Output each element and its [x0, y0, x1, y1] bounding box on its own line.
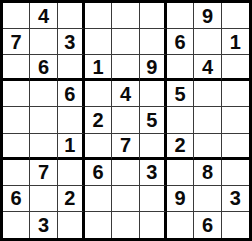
- cell-r5c5[interactable]: [112, 107, 139, 133]
- cell-r4c3[interactable]: 6: [58, 81, 85, 107]
- cell-r9c2[interactable]: 3: [30, 212, 57, 238]
- cell-r7c2[interactable]: 7: [30, 160, 57, 186]
- cell-r2c7[interactable]: 6: [167, 29, 194, 55]
- cell-r5c8[interactable]: [194, 107, 221, 133]
- cell-r1c7[interactable]: [167, 3, 194, 29]
- cell-r8c4[interactable]: [85, 186, 112, 212]
- cell-r2c3[interactable]: 3: [58, 29, 85, 55]
- cell-r8c3[interactable]: 2: [58, 186, 85, 212]
- cell-r6c6[interactable]: [140, 134, 167, 160]
- cell-r3c2[interactable]: 6: [30, 55, 57, 81]
- cell-r7c1[interactable]: [3, 160, 30, 186]
- cell-r9c7[interactable]: [167, 212, 194, 238]
- cell-r7c6[interactable]: 3: [140, 160, 167, 186]
- cell-r1c2[interactable]: 4: [30, 3, 57, 29]
- cell-r7c4[interactable]: 6: [85, 160, 112, 186]
- cell-r4c1[interactable]: [3, 81, 30, 107]
- cell-r5c7[interactable]: [167, 107, 194, 133]
- cell-r1c8[interactable]: 9: [194, 3, 221, 29]
- cell-r3c6[interactable]: 9: [140, 55, 167, 81]
- cell-r1c1[interactable]: [3, 3, 30, 29]
- cell-r6c4[interactable]: [85, 134, 112, 160]
- cell-r1c9[interactable]: [222, 3, 249, 29]
- cell-r9c6[interactable]: [140, 212, 167, 238]
- cell-r4c2[interactable]: [30, 81, 57, 107]
- cell-r6c3[interactable]: 1: [58, 134, 85, 160]
- cell-r4c6[interactable]: [140, 81, 167, 107]
- sudoku-board: 4973616194645251727638629336: [0, 0, 252, 241]
- cell-r5c1[interactable]: [3, 107, 30, 133]
- cell-r3c4[interactable]: 1: [85, 55, 112, 81]
- cell-r2c8[interactable]: [194, 29, 221, 55]
- cell-r6c9[interactable]: [222, 134, 249, 160]
- cell-r2c9[interactable]: 1: [222, 29, 249, 55]
- cell-r7c9[interactable]: [222, 160, 249, 186]
- cell-r9c5[interactable]: [112, 212, 139, 238]
- cell-r3c7[interactable]: [167, 55, 194, 81]
- cell-r6c5[interactable]: 7: [112, 134, 139, 160]
- cell-r5c3[interactable]: [58, 107, 85, 133]
- cell-r6c7[interactable]: 2: [167, 134, 194, 160]
- cell-r7c5[interactable]: [112, 160, 139, 186]
- cell-r6c1[interactable]: [3, 134, 30, 160]
- cell-r2c1[interactable]: 7: [3, 29, 30, 55]
- cell-r8c2[interactable]: [30, 186, 57, 212]
- cell-r3c5[interactable]: [112, 55, 139, 81]
- cell-r6c2[interactable]: [30, 134, 57, 160]
- cell-r2c2[interactable]: [30, 29, 57, 55]
- cell-r2c4[interactable]: [85, 29, 112, 55]
- cell-r7c7[interactable]: [167, 160, 194, 186]
- cell-r9c1[interactable]: [3, 212, 30, 238]
- cell-r2c5[interactable]: [112, 29, 139, 55]
- cell-r1c6[interactable]: [140, 3, 167, 29]
- cell-r4c8[interactable]: [194, 81, 221, 107]
- cell-r1c5[interactable]: [112, 3, 139, 29]
- cell-r8c1[interactable]: 6: [3, 186, 30, 212]
- cell-r8c9[interactable]: 3: [222, 186, 249, 212]
- cell-r3c3[interactable]: [58, 55, 85, 81]
- cell-r2c6[interactable]: [140, 29, 167, 55]
- cell-r9c4[interactable]: [85, 212, 112, 238]
- cell-r3c8[interactable]: 4: [194, 55, 221, 81]
- cell-r9c8[interactable]: 6: [194, 212, 221, 238]
- cell-r6c8[interactable]: [194, 134, 221, 160]
- cell-r1c3[interactable]: [58, 3, 85, 29]
- cell-r9c9[interactable]: [222, 212, 249, 238]
- cell-r1c4[interactable]: [85, 3, 112, 29]
- cell-r4c7[interactable]: 5: [167, 81, 194, 107]
- cell-r4c9[interactable]: [222, 81, 249, 107]
- cell-r7c3[interactable]: [58, 160, 85, 186]
- cell-r8c6[interactable]: [140, 186, 167, 212]
- cell-r5c4[interactable]: 2: [85, 107, 112, 133]
- cell-r4c5[interactable]: 4: [112, 81, 139, 107]
- cell-r9c3[interactable]: [58, 212, 85, 238]
- cell-r5c9[interactable]: [222, 107, 249, 133]
- cell-r4c4[interactable]: [85, 81, 112, 107]
- cell-r5c2[interactable]: [30, 107, 57, 133]
- cell-r7c8[interactable]: 8: [194, 160, 221, 186]
- cell-r5c6[interactable]: 5: [140, 107, 167, 133]
- cell-r3c9[interactable]: [222, 55, 249, 81]
- cell-r8c8[interactable]: [194, 186, 221, 212]
- cell-r8c7[interactable]: 9: [167, 186, 194, 212]
- cell-r3c1[interactable]: [3, 55, 30, 81]
- cell-r8c5[interactable]: [112, 186, 139, 212]
